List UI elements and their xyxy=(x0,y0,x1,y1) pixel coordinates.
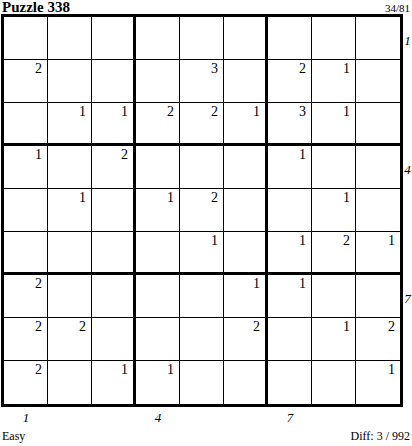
grid-cell-r7c5[interactable] xyxy=(180,275,224,318)
grid-cell-r6c7[interactable]: 1 xyxy=(268,232,312,275)
grid-cell-r9c4[interactable]: 1 xyxy=(136,361,180,404)
grid-cell-r1c2[interactable] xyxy=(48,17,92,60)
grid-cell-r2c3[interactable] xyxy=(92,60,136,103)
grid-cell-r2c1[interactable]: 2 xyxy=(4,60,48,103)
grid-cell-r9c6[interactable] xyxy=(224,361,268,404)
grid-cell-r7c2[interactable] xyxy=(48,275,92,318)
grid-cell-r9c8[interactable] xyxy=(312,361,356,404)
grid-cell-r1c9[interactable] xyxy=(356,17,400,60)
grid-cell-r5c5[interactable]: 2 xyxy=(180,189,224,232)
grid-cell-r1c3[interactable] xyxy=(92,17,136,60)
grid-cell-r1c6[interactable] xyxy=(224,17,268,60)
given-count: 34/81 xyxy=(385,3,410,14)
grid-cell-r5c1[interactable] xyxy=(4,189,48,232)
sudoku-board: 2321112213112111211121211222122111 xyxy=(1,14,403,407)
grid-cell-r4c9[interactable] xyxy=(356,146,400,189)
grid-cell-r5c4[interactable]: 1 xyxy=(136,189,180,232)
grid-cell-r6c9[interactable]: 1 xyxy=(356,232,400,275)
grid-cell-r5c7[interactable] xyxy=(268,189,312,232)
grid-cell-r6c5[interactable]: 1 xyxy=(180,232,224,275)
grid-cell-r5c9[interactable] xyxy=(356,189,400,232)
grid-cell-r5c6[interactable] xyxy=(224,189,268,232)
grid-cell-r5c2[interactable]: 1 xyxy=(48,189,92,232)
grid-cell-r4c8[interactable] xyxy=(312,146,356,189)
grid-cell-r3c5[interactable]: 2 xyxy=(180,103,224,146)
grid-cell-r5c3[interactable] xyxy=(92,189,136,232)
grid-cell-r3c2[interactable]: 1 xyxy=(48,103,92,146)
col-coordinate-label-1: 1 xyxy=(16,410,36,425)
grid-cell-r6c2[interactable] xyxy=(48,232,92,275)
grid-cell-r9c5[interactable] xyxy=(180,361,224,404)
grid-cell-r2c4[interactable] xyxy=(136,60,180,103)
grid-cell-r1c8[interactable] xyxy=(312,17,356,60)
grid-cell-r2c7[interactable]: 2 xyxy=(268,60,312,103)
puzzle-title: Puzzle 338 xyxy=(2,0,70,14)
grid-cell-r6c4[interactable] xyxy=(136,232,180,275)
grid-cell-r8c6[interactable]: 2 xyxy=(224,318,268,361)
row-coordinate-label-7: 7 xyxy=(403,291,412,306)
grid-cell-r3c4[interactable]: 2 xyxy=(136,103,180,146)
grid-cell-r3c9[interactable] xyxy=(356,103,400,146)
grid-cell-r6c3[interactable] xyxy=(92,232,136,275)
grid-cell-r4c3[interactable]: 2 xyxy=(92,146,136,189)
grid-cell-r1c5[interactable] xyxy=(180,17,224,60)
difficulty-label: Easy xyxy=(2,429,25,443)
grid-cell-r2c8[interactable]: 1 xyxy=(312,60,356,103)
grid-cell-r7c9[interactable] xyxy=(356,275,400,318)
grid-cell-r8c7[interactable] xyxy=(268,318,312,361)
grid-cell-r3c3[interactable]: 1 xyxy=(92,103,136,146)
row-coordinate-label-4: 4 xyxy=(403,162,412,177)
grid-cell-r4c5[interactable] xyxy=(180,146,224,189)
grid-cell-r8c2[interactable]: 2 xyxy=(48,318,92,361)
grid-cell-r2c9[interactable] xyxy=(356,60,400,103)
grid-cell-r6c6[interactable] xyxy=(224,232,268,275)
grid-cell-r4c6[interactable] xyxy=(224,146,268,189)
grid-cell-r5c8[interactable]: 1 xyxy=(312,189,356,232)
col-coordinate-label-7: 7 xyxy=(280,410,300,425)
grid-cell-r8c4[interactable] xyxy=(136,318,180,361)
grid-cell-r1c7[interactable] xyxy=(268,17,312,60)
grid-cell-r3c7[interactable]: 3 xyxy=(268,103,312,146)
grid-cell-r8c8[interactable]: 1 xyxy=(312,318,356,361)
grid-cell-r4c1[interactable]: 1 xyxy=(4,146,48,189)
grid-cell-r1c1[interactable] xyxy=(4,17,48,60)
grid-cell-r9c3[interactable]: 1 xyxy=(92,361,136,404)
puzzle-page: Puzzle 338 34/81 23211122131121112111212… xyxy=(0,0,412,446)
grid-cell-r7c1[interactable]: 2 xyxy=(4,275,48,318)
grid-cell-r8c3[interactable] xyxy=(92,318,136,361)
grid-cell-r1c4[interactable] xyxy=(136,17,180,60)
grid-cell-r7c8[interactable] xyxy=(312,275,356,318)
grid-cell-r9c2[interactable] xyxy=(48,361,92,404)
grid-cell-r3c8[interactable]: 1 xyxy=(312,103,356,146)
grid-cell-r6c8[interactable]: 2 xyxy=(312,232,356,275)
grid-cell-r4c7[interactable]: 1 xyxy=(268,146,312,189)
grid-cell-r8c1[interactable]: 2 xyxy=(4,318,48,361)
grid-cell-r7c3[interactable] xyxy=(92,275,136,318)
grid-cell-r4c2[interactable] xyxy=(48,146,92,189)
grid-cell-r3c6[interactable]: 1 xyxy=(224,103,268,146)
grid-cell-r7c4[interactable] xyxy=(136,275,180,318)
grid-cell-r4c4[interactable] xyxy=(136,146,180,189)
grid-cell-r8c5[interactable] xyxy=(180,318,224,361)
grid-cell-r2c6[interactable] xyxy=(224,60,268,103)
grid-cell-r2c2[interactable] xyxy=(48,60,92,103)
grid-cell-r8c9[interactable]: 2 xyxy=(356,318,400,361)
col-coordinate-label-4: 4 xyxy=(148,410,168,425)
grid-cell-r7c6[interactable]: 1 xyxy=(224,275,268,318)
grid-cell-r9c9[interactable]: 1 xyxy=(356,361,400,404)
diff-stat: Diff: 3 / 992 xyxy=(351,429,410,443)
grid-cell-r6c1[interactable] xyxy=(4,232,48,275)
grid-cell-r2c5[interactable]: 3 xyxy=(180,60,224,103)
row-coordinate-label-1: 1 xyxy=(403,33,412,48)
grid-cell-r9c1[interactable]: 2 xyxy=(4,361,48,404)
grid-cell-r7c7[interactable]: 1 xyxy=(268,275,312,318)
grid-cell-r3c1[interactable] xyxy=(4,103,48,146)
grid-cell-r9c7[interactable] xyxy=(268,361,312,404)
